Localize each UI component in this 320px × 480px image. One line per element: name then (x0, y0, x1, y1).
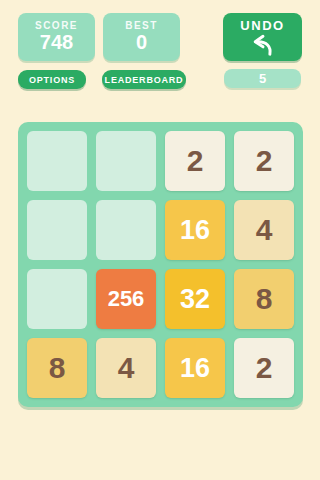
tile-4-r2c4: 4 (234, 200, 294, 260)
empty-cell-r2c1 (27, 200, 87, 260)
tile-32-r3c3: 32 (165, 269, 225, 329)
tile-2-r1c4: 2 (234, 131, 294, 191)
leaderboard-button[interactable]: LEADERBOARD (102, 70, 186, 89)
tile-16-r4c3: 16 (165, 338, 225, 398)
score-label: SCORE (35, 20, 78, 31)
score-value: 748 (40, 31, 73, 54)
empty-cell-r2c2 (96, 200, 156, 260)
tile-8-r4c1: 8 (27, 338, 87, 398)
score-box: SCORE 748 (18, 13, 95, 61)
undo-remaining-badge: 5 (224, 69, 301, 88)
options-button[interactable]: OPTIONS (18, 70, 86, 89)
undo-button[interactable]: UNDO (223, 13, 302, 61)
empty-cell-r3c1 (27, 269, 87, 329)
tile-8-r3c4: 8 (234, 269, 294, 329)
undo-label: UNDO (240, 19, 284, 32)
game-board[interactable]: 2216425632884162 (18, 122, 303, 407)
empty-cell-r1c2 (96, 131, 156, 191)
best-value: 0 (136, 31, 147, 54)
tile-2-r4c4: 2 (234, 338, 294, 398)
best-label: BEST (125, 20, 158, 31)
tile-16-r2c3: 16 (165, 200, 225, 260)
best-box: BEST 0 (103, 13, 180, 61)
tile-2-r1c3: 2 (165, 131, 225, 191)
empty-cell-r1c1 (27, 131, 87, 191)
tile-256-r3c2: 256 (96, 269, 156, 329)
undo-arrow-icon (248, 34, 278, 56)
tile-4-r4c2: 4 (96, 338, 156, 398)
